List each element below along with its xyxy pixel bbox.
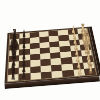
- piece-black-rook-a8[interactable]: ♜: [11, 69, 16, 82]
- board-grid: ♜♟♟♜♞♟♟♞♝♟♟♝♚♟♟♚♛♟♟♛♝♟♟♝♞♟♟♞♜♟♟♜: [8, 28, 96, 81]
- square-a6[interactable]: [30, 72, 41, 79]
- product-photo: ♜♟♟♜♞♟♟♞♝♟♟♝♚♟♟♚♛♟♟♛♝♟♟♝♞♟♟♞♜♟♟♜ 8765432…: [0, 0, 100, 100]
- square-e5[interactable]: [40, 47, 50, 54]
- piece-white-rook-a1[interactable]: ♜: [88, 63, 93, 76]
- chess-board: ♜♟♟♜♞♟♟♞♝♟♟♝♚♟♟♚♛♟♟♛♝♟♟♝♞♟♟♞♜♟♟♜ 8765432…: [5, 27, 100, 84]
- piece-white-pawn-a2[interactable]: ♟: [77, 66, 81, 77]
- square-d6[interactable]: [30, 54, 40, 61]
- piece-black-pawn-a7[interactable]: ♟: [22, 70, 26, 81]
- square-f4[interactable]: [49, 41, 59, 47]
- square-e6[interactable]: [29, 48, 39, 55]
